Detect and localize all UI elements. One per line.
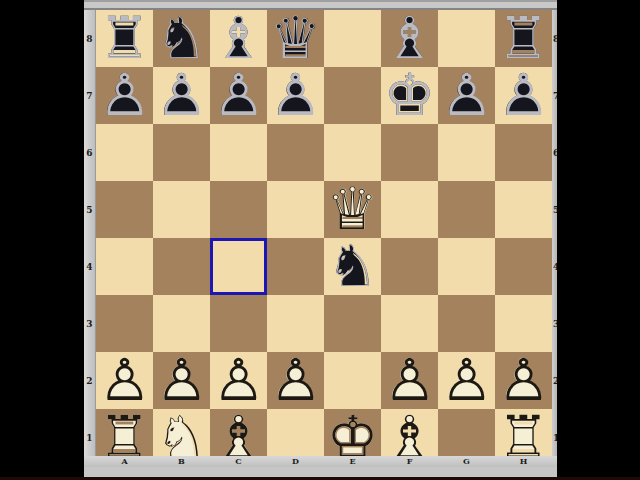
pawn-glyph-outline: ♙ <box>381 352 438 409</box>
pawn-glyph-outline: ♙ <box>267 67 324 124</box>
piece-black-king-f7[interactable]: ♚♔ <box>381 67 438 124</box>
piece-white-pawn-h2[interactable]: ♟♙ <box>495 352 552 409</box>
piece-black-pawn-c7[interactable]: ♟♙ <box>210 67 267 124</box>
square-h8[interactable]: ♜♖ <box>495 10 552 67</box>
rank-label-7: 7 <box>552 67 557 124</box>
pawn-glyph-outline: ♙ <box>438 352 495 409</box>
file-label-f: F <box>381 456 438 467</box>
pawn-glyph-outline: ♙ <box>267 352 324 409</box>
square-d3[interactable] <box>267 295 324 352</box>
square-f5[interactable] <box>381 181 438 238</box>
piece-black-pawn-g7[interactable]: ♟♙ <box>438 67 495 124</box>
video-frame: 87654321 ♜♖♞♘♝♗♛♕♝♗♜♖♟♙♟♙♟♙♟♙♚♔♟♙♟♙♛♕♞♘♟… <box>0 0 640 480</box>
file-labels: ABCDEFGH <box>84 456 557 467</box>
square-e5[interactable]: ♛♕ <box>324 181 381 238</box>
rank-label-3: 3 <box>84 295 95 352</box>
rank-label-3: 3 <box>552 295 557 352</box>
square-f3[interactable] <box>381 295 438 352</box>
square-g8[interactable] <box>438 10 495 67</box>
square-h7[interactable]: ♟♙ <box>495 67 552 124</box>
square-b8[interactable]: ♞♘ <box>153 10 210 67</box>
square-e8[interactable] <box>324 10 381 67</box>
pawn-glyph-outline: ♙ <box>96 67 153 124</box>
pawn-glyph-outline: ♙ <box>210 67 267 124</box>
pawn-glyph-outline: ♙ <box>153 67 210 124</box>
pawn-glyph-outline: ♙ <box>153 352 210 409</box>
piece-black-pawn-a7[interactable]: ♟♙ <box>96 67 153 124</box>
piece-white-pawn-a2[interactable]: ♟♙ <box>96 352 153 409</box>
square-a6[interactable] <box>96 124 153 181</box>
rank-labels-right: 87654321 <box>552 10 557 466</box>
square-c8[interactable]: ♝♗ <box>210 10 267 67</box>
square-b3[interactable] <box>153 295 210 352</box>
piece-white-queen-e5[interactable]: ♛♕ <box>324 181 381 238</box>
file-label-c: C <box>210 456 267 467</box>
square-h2[interactable]: ♟♙ <box>495 352 552 409</box>
piece-black-rook-h8[interactable]: ♜♖ <box>495 10 552 67</box>
square-h3[interactable] <box>495 295 552 352</box>
square-a2[interactable]: ♟♙ <box>96 352 153 409</box>
rank-label-5: 5 <box>84 181 95 238</box>
square-d7[interactable]: ♟♙ <box>267 67 324 124</box>
rank-label-8: 8 <box>84 10 95 67</box>
pawn-glyph-outline: ♙ <box>495 352 552 409</box>
square-g4[interactable] <box>438 238 495 295</box>
knight-glyph-outline: ♘ <box>153 10 210 67</box>
rook-glyph-outline: ♖ <box>96 10 153 67</box>
file-label-b: B <box>153 456 210 467</box>
piece-white-pawn-b2[interactable]: ♟♙ <box>153 352 210 409</box>
square-e3[interactable] <box>324 295 381 352</box>
square-f4[interactable] <box>381 238 438 295</box>
square-h4[interactable] <box>495 238 552 295</box>
chess-app-window: 87654321 ♜♖♞♘♝♗♛♕♝♗♜♖♟♙♟♙♟♙♟♙♚♔♟♙♟♙♛♕♞♘♟… <box>84 0 557 477</box>
square-e4[interactable]: ♞♘ <box>324 238 381 295</box>
square-d6[interactable] <box>267 124 324 181</box>
square-c5[interactable] <box>210 181 267 238</box>
square-a7[interactable]: ♟♙ <box>96 67 153 124</box>
square-b6[interactable] <box>153 124 210 181</box>
piece-black-queen-d8[interactable]: ♛♕ <box>267 10 324 67</box>
square-b4[interactable] <box>153 238 210 295</box>
square-g6[interactable] <box>438 124 495 181</box>
rook-glyph-outline: ♖ <box>495 10 552 67</box>
square-a8[interactable]: ♜♖ <box>96 10 153 67</box>
pawn-glyph-outline: ♙ <box>210 352 267 409</box>
rank-label-7: 7 <box>84 67 95 124</box>
square-h6[interactable] <box>495 124 552 181</box>
square-a5[interactable] <box>96 181 153 238</box>
square-c3[interactable] <box>210 295 267 352</box>
square-e2[interactable] <box>324 352 381 409</box>
piece-black-bishop-c8[interactable]: ♝♗ <box>210 10 267 67</box>
piece-black-knight-e4[interactable]: ♞♘ <box>324 238 381 295</box>
rank-label-5: 5 <box>552 181 557 238</box>
piece-black-pawn-b7[interactable]: ♟♙ <box>153 67 210 124</box>
rank-label-6: 6 <box>84 124 95 181</box>
bishop-glyph-outline: ♗ <box>381 10 438 67</box>
piece-black-knight-b8[interactable]: ♞♘ <box>153 10 210 67</box>
square-d4[interactable] <box>267 238 324 295</box>
rank-labels-left: 87654321 <box>84 10 96 466</box>
rank-label-2: 2 <box>84 352 95 409</box>
pawn-glyph-outline: ♙ <box>96 352 153 409</box>
square-c6[interactable] <box>210 124 267 181</box>
square-g2[interactable]: ♟♙ <box>438 352 495 409</box>
square-f7[interactable]: ♚♔ <box>381 67 438 124</box>
file-label-g: G <box>438 456 495 467</box>
square-d2[interactable]: ♟♙ <box>267 352 324 409</box>
square-a3[interactable] <box>96 295 153 352</box>
piece-black-pawn-h7[interactable]: ♟♙ <box>495 67 552 124</box>
square-b5[interactable] <box>153 181 210 238</box>
file-label-e: E <box>324 456 381 467</box>
chess-board: ♜♖♞♘♝♗♛♕♝♗♜♖♟♙♟♙♟♙♟♙♚♔♟♙♟♙♛♕♞♘♟♙♟♙♟♙♟♙♟♙… <box>96 10 552 466</box>
square-a4[interactable] <box>96 238 153 295</box>
piece-white-pawn-g2[interactable]: ♟♙ <box>438 352 495 409</box>
piece-white-pawn-c2[interactable]: ♟♙ <box>210 352 267 409</box>
rank-label-4: 4 <box>552 238 557 295</box>
piece-black-pawn-d7[interactable]: ♟♙ <box>267 67 324 124</box>
rank-label-2: 2 <box>552 352 557 409</box>
knight-glyph-outline: ♘ <box>324 238 381 295</box>
square-d8[interactable]: ♛♕ <box>267 10 324 67</box>
file-label-h: H <box>495 456 552 467</box>
square-c7[interactable]: ♟♙ <box>210 67 267 124</box>
rank-label-6: 6 <box>552 124 557 181</box>
piece-black-bishop-f8[interactable]: ♝♗ <box>381 10 438 67</box>
piece-white-pawn-d2[interactable]: ♟♙ <box>267 352 324 409</box>
bishop-glyph-outline: ♗ <box>210 10 267 67</box>
file-label-a: A <box>96 456 153 467</box>
square-c2[interactable]: ♟♙ <box>210 352 267 409</box>
square-d5[interactable] <box>267 181 324 238</box>
square-f6[interactable] <box>381 124 438 181</box>
pawn-glyph-outline: ♙ <box>438 67 495 124</box>
queen-glyph-outline: ♕ <box>267 10 324 67</box>
square-g5[interactable] <box>438 181 495 238</box>
piece-black-rook-a8[interactable]: ♜♖ <box>96 10 153 67</box>
queen-glyph-outline: ♕ <box>324 181 381 238</box>
file-label-d: D <box>267 456 324 467</box>
rank-label-4: 4 <box>84 238 95 295</box>
square-f8[interactable]: ♝♗ <box>381 10 438 67</box>
rank-label-8: 8 <box>552 10 557 67</box>
square-h5[interactable] <box>495 181 552 238</box>
piece-white-pawn-f2[interactable]: ♟♙ <box>381 352 438 409</box>
king-glyph-outline: ♔ <box>381 67 438 124</box>
square-e6[interactable] <box>324 124 381 181</box>
square-f2[interactable]: ♟♙ <box>381 352 438 409</box>
square-e7[interactable] <box>324 67 381 124</box>
square-g7[interactable]: ♟♙ <box>438 67 495 124</box>
square-b2[interactable]: ♟♙ <box>153 352 210 409</box>
square-c4[interactable] <box>210 238 267 295</box>
square-g3[interactable] <box>438 295 495 352</box>
pawn-glyph-outline: ♙ <box>495 67 552 124</box>
square-b7[interactable]: ♟♙ <box>153 67 210 124</box>
